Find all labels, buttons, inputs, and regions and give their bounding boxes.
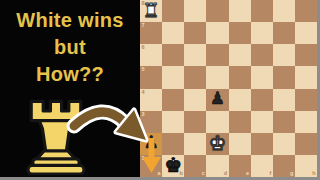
title-line-2: but: [16, 34, 123, 61]
square-c3: [184, 111, 206, 133]
square-f8: [251, 0, 273, 22]
square-h4: [295, 89, 317, 111]
square-g2: [273, 133, 295, 155]
square-g3: [273, 111, 295, 133]
square-b1: b♚: [162, 155, 184, 177]
square-c4: [184, 89, 206, 111]
square-g6: [273, 44, 295, 66]
square-d6: [206, 44, 228, 66]
square-h6: [295, 44, 317, 66]
rank-label-8: 8: [142, 1, 145, 7]
square-e4: [229, 89, 251, 111]
white-rook-a8: ♜: [143, 1, 160, 20]
square-d3: [206, 111, 228, 133]
square-b5: [162, 66, 184, 88]
square-b6: [162, 44, 184, 66]
square-d1: d: [206, 155, 228, 177]
square-h2: [295, 133, 317, 155]
square-c6: [184, 44, 206, 66]
square-e1: e: [229, 155, 251, 177]
rank-label-7: 7: [142, 23, 145, 29]
square-f6: [251, 44, 273, 66]
square-a6: 6: [140, 44, 162, 66]
square-b3: [162, 111, 184, 133]
file-label-g: g: [290, 171, 293, 177]
square-h8: [295, 0, 317, 22]
square-a8: 8♜: [140, 0, 162, 22]
square-d4: ♟: [206, 89, 228, 111]
square-g5: [273, 66, 295, 88]
file-label-h: h: [312, 171, 315, 177]
square-b2: [162, 133, 184, 155]
square-g8: [273, 0, 295, 22]
square-a7: 7: [140, 22, 162, 44]
chess-board: 8♜7654♟32♟♚1ab♚cdefgh: [140, 0, 317, 177]
square-e3: [229, 111, 251, 133]
white-king-d2: ♚: [208, 133, 226, 153]
square-c5: [184, 66, 206, 88]
square-f4: [251, 89, 273, 111]
left-text-panel: White wins but How??: [0, 0, 140, 177]
square-e5: [229, 66, 251, 88]
square-e2: [229, 133, 251, 155]
title-line-3: How??: [16, 61, 123, 88]
file-label-c: c: [202, 171, 205, 177]
square-c8: [184, 0, 206, 22]
square-h1: h: [295, 155, 317, 177]
youtube-chess-thumbnail: White wins but How?? 8♜7654♟32♟♚1ab♚cdef…: [0, 0, 320, 180]
square-f3: [251, 111, 273, 133]
black-pawn-d4: ♟: [210, 90, 225, 107]
square-c1: c: [184, 155, 206, 177]
square-g4: [273, 89, 295, 111]
square-d8: [206, 0, 228, 22]
pointer-arrow-icon: [68, 96, 148, 148]
square-b7: [162, 22, 184, 44]
square-d5: [206, 66, 228, 88]
square-e6: [229, 44, 251, 66]
rank-label-5: 5: [142, 67, 145, 73]
square-d2: ♚: [206, 133, 228, 155]
file-label-f: f: [269, 171, 271, 177]
square-c2: [184, 133, 206, 155]
square-a5: 5: [140, 66, 162, 88]
square-h7: [295, 22, 317, 44]
square-f1: f: [251, 155, 273, 177]
file-label-d: d: [224, 171, 227, 177]
file-label-b: b: [179, 171, 182, 177]
square-f2: [251, 133, 273, 155]
puzzle-title: White wins but How??: [16, 7, 123, 88]
frame-border-bottom: [0, 177, 320, 180]
square-f5: [251, 66, 273, 88]
title-line-1: White wins: [16, 7, 123, 34]
square-b4: [162, 89, 184, 111]
square-g1: g: [273, 155, 295, 177]
square-d7: [206, 22, 228, 44]
square-h3: [295, 111, 317, 133]
square-h5: [295, 66, 317, 88]
square-e8: [229, 0, 251, 22]
rank-label-4: 4: [142, 90, 145, 96]
square-c7: [184, 22, 206, 44]
file-label-e: e: [246, 171, 249, 177]
square-f7: [251, 22, 273, 44]
square-e7: [229, 22, 251, 44]
rank-label-6: 6: [142, 45, 145, 51]
square-g7: [273, 22, 295, 44]
square-b8: [162, 0, 184, 22]
